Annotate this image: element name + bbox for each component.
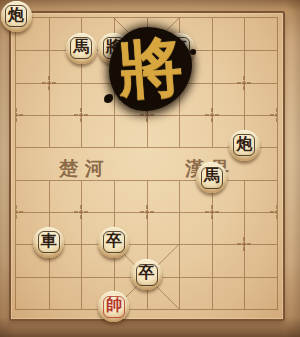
star-point bbox=[42, 76, 56, 90]
piece-char: 馬 bbox=[204, 166, 220, 187]
piece-black-卒[interactable]: 卒 bbox=[98, 227, 129, 258]
piece-char: 卒 bbox=[139, 263, 155, 284]
piece-black-車[interactable]: 車 bbox=[164, 33, 195, 64]
piece-char: 卒 bbox=[106, 231, 122, 252]
piece-char: 馬 bbox=[73, 37, 89, 58]
piece-char: 將 bbox=[106, 37, 122, 58]
piece-black-炮[interactable]: 炮 bbox=[229, 130, 260, 161]
xiangqi-app: 楚河 漢界 炮馬將車炮馬車卒卒帥 將 bbox=[0, 0, 300, 337]
piece-char: 炮 bbox=[8, 5, 24, 26]
star-point bbox=[74, 205, 88, 219]
star-point bbox=[140, 108, 154, 122]
star-point bbox=[205, 205, 219, 219]
star-point bbox=[237, 76, 251, 90]
river-label-chu: 楚河 bbox=[59, 157, 111, 179]
piece-char: 炮 bbox=[236, 134, 252, 155]
piece-char: 車 bbox=[41, 231, 57, 252]
piece-black-馬[interactable]: 馬 bbox=[66, 33, 97, 64]
piece-black-將[interactable]: 將 bbox=[98, 33, 129, 64]
piece-black-車[interactable]: 車 bbox=[33, 227, 64, 258]
star-point bbox=[74, 108, 88, 122]
piece-black-卒[interactable]: 卒 bbox=[131, 259, 162, 290]
piece-char: 帥 bbox=[106, 295, 122, 316]
star-point bbox=[205, 108, 219, 122]
piece-black-炮[interactable]: 炮 bbox=[1, 1, 32, 32]
piece-char: 車 bbox=[171, 37, 187, 58]
star-point bbox=[140, 205, 154, 219]
star-point bbox=[237, 237, 251, 251]
